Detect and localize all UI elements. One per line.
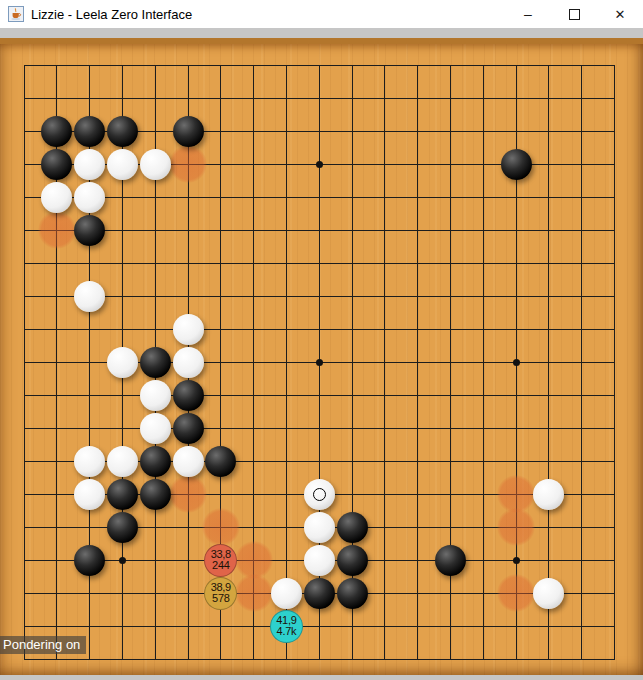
white-stone — [74, 479, 105, 510]
ghost-hint-G5 — [202, 508, 240, 546]
white-stone — [107, 446, 138, 477]
grid-line-vertical — [548, 65, 549, 660]
white-stone — [74, 446, 105, 477]
grid-line-vertical — [417, 65, 418, 660]
white-stone — [533, 479, 564, 510]
black-stone — [337, 578, 368, 609]
grid-line-horizontal — [24, 263, 615, 264]
black-stone — [140, 479, 171, 510]
black-stone — [501, 149, 532, 180]
star-point — [316, 359, 323, 366]
ghost-hint-B14 — [38, 211, 76, 249]
ghost-hint-F6 — [169, 475, 207, 513]
white-stone — [107, 149, 138, 180]
grid-line-horizontal — [24, 98, 615, 99]
black-stone — [173, 116, 204, 147]
grid-line-horizontal — [24, 395, 615, 396]
black-stone — [107, 116, 138, 147]
candidate-visits: 578 — [212, 593, 229, 604]
last-move-marker — [313, 488, 326, 501]
star-point — [513, 359, 520, 366]
black-stone — [435, 545, 466, 576]
black-stone — [205, 446, 236, 477]
black-stone — [41, 149, 72, 180]
pondering-status: Pondering on — [0, 636, 86, 654]
maximize-icon — [569, 9, 580, 20]
ghost-hint-Q3 — [497, 574, 535, 612]
white-stone — [173, 314, 204, 345]
grid-line-vertical — [614, 65, 615, 660]
black-stone — [41, 116, 72, 147]
white-stone — [304, 545, 335, 576]
black-stone — [74, 215, 105, 246]
white-stone — [304, 512, 335, 543]
star-point — [316, 161, 323, 168]
candidate-visits: 4.7k — [277, 626, 297, 637]
black-stone — [337, 512, 368, 543]
white-stone — [140, 149, 171, 180]
grid-line-horizontal — [24, 329, 615, 330]
title-bar[interactable]: Lizzie - Leela Zero Interface – ✕ — [0, 0, 643, 28]
white-stone — [140, 413, 171, 444]
maximize-button[interactable] — [551, 0, 597, 28]
close-button[interactable]: ✕ — [597, 0, 643, 28]
star-point — [513, 557, 520, 564]
grid-line-vertical — [483, 65, 484, 660]
grid-line-horizontal — [24, 230, 615, 231]
board-area: Pondering on 33,824438,957841,94.7k — [0, 28, 643, 680]
ghost-hint-H3 — [235, 574, 273, 612]
white-stone — [271, 578, 302, 609]
grid-line-vertical — [581, 65, 582, 660]
white-stone — [74, 149, 105, 180]
black-stone — [140, 446, 171, 477]
candidate-visits: 244 — [212, 560, 229, 571]
white-stone — [41, 182, 72, 213]
candidate-move-G3[interactable]: 38,9578 — [204, 577, 237, 610]
ghost-hint-Q5 — [497, 508, 535, 546]
ghost-hint-F16 — [169, 145, 207, 183]
grid-line-horizontal — [24, 197, 615, 198]
window-title: Lizzie - Leela Zero Interface — [31, 7, 192, 22]
java-app-icon — [8, 6, 24, 22]
black-stone — [337, 545, 368, 576]
black-stone — [304, 578, 335, 609]
candidate-move-J2[interactable]: 41,94.7k — [270, 610, 303, 643]
white-stone — [74, 182, 105, 213]
black-stone — [140, 347, 171, 378]
grid-line-vertical — [384, 65, 385, 660]
lizzie-window: Lizzie - Leela Zero Interface – ✕ Ponder… — [0, 0, 643, 680]
window-controls: – ✕ — [505, 0, 643, 28]
white-stone — [140, 380, 171, 411]
black-stone — [107, 512, 138, 543]
black-stone — [173, 413, 204, 444]
white-stone — [533, 578, 564, 609]
black-stone — [74, 545, 105, 576]
white-stone — [107, 347, 138, 378]
black-stone — [107, 479, 138, 510]
black-stone — [173, 380, 204, 411]
white-stone — [74, 281, 105, 312]
grid-line-horizontal — [24, 659, 615, 660]
white-stone — [173, 446, 204, 477]
grid-line-horizontal — [24, 626, 615, 627]
grid-line-vertical — [286, 65, 287, 660]
white-stone — [173, 347, 204, 378]
grid-line-horizontal — [24, 428, 615, 429]
black-stone — [74, 116, 105, 147]
grid-line-horizontal — [24, 65, 615, 66]
minimize-button[interactable]: – — [505, 0, 551, 28]
star-point — [119, 557, 126, 564]
grid-line-horizontal — [24, 296, 615, 297]
grid-line-vertical — [24, 65, 25, 660]
candidate-move-G4[interactable]: 33,8244 — [204, 544, 237, 577]
